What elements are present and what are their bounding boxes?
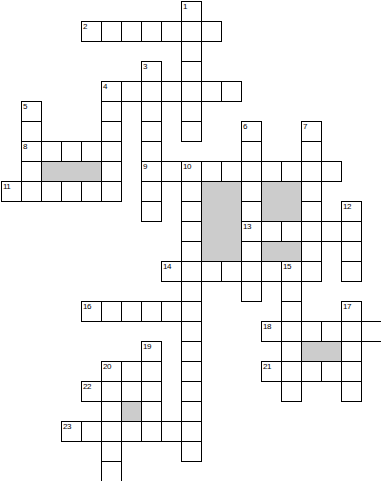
cell-16-16[interactable] <box>321 321 342 342</box>
cell-5-21[interactable] <box>101 421 122 442</box>
shaded-block-3 <box>261 181 302 222</box>
cell-6-18[interactable] <box>121 361 142 382</box>
cell-9-17[interactable] <box>181 341 202 362</box>
shaded-block-5 <box>301 341 342 362</box>
cell-9-10[interactable] <box>181 201 202 222</box>
cell-15-10[interactable] <box>301 201 322 222</box>
cell-4-1[interactable] <box>81 21 102 42</box>
shaded-block-6 <box>121 401 142 422</box>
cell-7-15[interactable] <box>141 301 162 322</box>
cell-10-8[interactable] <box>201 161 222 182</box>
cell-9-4[interactable] <box>181 81 202 102</box>
cell-8-1[interactable] <box>161 21 182 42</box>
cell-17-10[interactable] <box>341 201 362 222</box>
cell-2-7[interactable] <box>41 141 62 162</box>
cell-3-21[interactable] <box>61 421 82 442</box>
cell-9-13[interactable] <box>181 261 202 282</box>
cell-8-8[interactable] <box>161 161 182 182</box>
cell-4-15[interactable] <box>81 301 102 322</box>
crossword-board: 1234567891011121314151617181920212223 <box>1 1 381 481</box>
cell-9-22[interactable] <box>181 441 202 462</box>
cell-9-8[interactable] <box>181 161 202 182</box>
cell-9-16[interactable] <box>181 321 202 342</box>
cell-12-12[interactable] <box>241 241 262 262</box>
cell-17-11[interactable] <box>341 221 362 242</box>
cell-15-16[interactable] <box>301 321 322 342</box>
cell-14-8[interactable] <box>281 161 302 182</box>
cell-15-8[interactable] <box>301 161 322 182</box>
cell-9-2[interactable] <box>181 41 202 62</box>
cell-5-8[interactable] <box>101 161 122 182</box>
cell-13-8[interactable] <box>261 161 282 182</box>
cell-14-17[interactable] <box>281 341 302 362</box>
cell-8-15[interactable] <box>161 301 182 322</box>
cell-9-15[interactable] <box>181 301 202 322</box>
cell-11-8[interactable] <box>221 161 242 182</box>
cell-5-20[interactable] <box>101 401 122 422</box>
cell-1-7[interactable] <box>21 141 42 162</box>
cell-4-19[interactable] <box>81 381 102 402</box>
cell-7-7[interactable] <box>141 141 162 162</box>
cell-7-1[interactable] <box>141 21 162 42</box>
cell-9-9[interactable] <box>181 181 202 202</box>
cell-14-13[interactable] <box>281 261 302 282</box>
cell-9-6[interactable] <box>181 121 202 142</box>
cell-12-6[interactable] <box>241 121 262 142</box>
cell-12-7[interactable] <box>241 141 262 162</box>
cell-9-14[interactable] <box>181 281 202 302</box>
cell-11-13[interactable] <box>221 261 242 282</box>
cell-7-6[interactable] <box>141 121 162 142</box>
cell-7-5[interactable] <box>141 101 162 122</box>
cell-9-11[interactable] <box>181 221 202 242</box>
cell-9-21[interactable] <box>181 421 202 442</box>
cell-5-23[interactable] <box>101 461 122 481</box>
cell-7-3[interactable] <box>141 61 162 82</box>
cell-5-22[interactable] <box>101 441 122 462</box>
cell-17-17[interactable] <box>341 341 362 362</box>
cell-9-19[interactable] <box>181 381 202 402</box>
cell-15-12[interactable] <box>301 241 322 262</box>
cell-17-12[interactable] <box>341 241 362 262</box>
cell-5-5[interactable] <box>101 101 122 122</box>
cell-13-18[interactable] <box>261 361 282 382</box>
cell-5-9[interactable] <box>101 181 122 202</box>
cell-9-18[interactable] <box>181 361 202 382</box>
cell-5-19[interactable] <box>101 381 122 402</box>
cell-8-21[interactable] <box>161 421 182 442</box>
cell-6-15[interactable] <box>121 301 142 322</box>
cell-14-11[interactable] <box>281 221 302 242</box>
cell-7-20[interactable] <box>141 401 162 422</box>
cell-13-16[interactable] <box>261 321 282 342</box>
cell-8-4[interactable] <box>161 81 182 102</box>
shaded-block-2 <box>201 181 242 262</box>
cell-1-5[interactable] <box>21 101 42 122</box>
cell-10-4[interactable] <box>201 81 222 102</box>
cell-12-13[interactable] <box>241 261 262 282</box>
cell-17-16[interactable] <box>341 321 362 342</box>
cell-13-13[interactable] <box>261 261 282 282</box>
cell-15-13[interactable] <box>301 261 322 282</box>
cell-15-9[interactable] <box>301 181 322 202</box>
shaded-block-4 <box>261 241 302 262</box>
cell-12-8[interactable] <box>241 161 262 182</box>
cell-17-13[interactable] <box>341 261 362 282</box>
cell-5-6[interactable] <box>101 121 122 142</box>
cell-4-21[interactable] <box>81 421 102 442</box>
cell-7-18[interactable] <box>141 361 162 382</box>
cell-7-4[interactable] <box>141 81 162 102</box>
cell-9-1[interactable] <box>181 21 202 42</box>
cell-12-9[interactable] <box>241 181 262 202</box>
cell-13-11[interactable] <box>261 221 282 242</box>
cell-2-9[interactable] <box>41 181 62 202</box>
cell-15-7[interactable] <box>301 141 322 162</box>
cell-6-21[interactable] <box>121 421 142 442</box>
cell-10-1[interactable] <box>201 21 222 42</box>
cell-7-9[interactable] <box>141 181 162 202</box>
cell-8-13[interactable] <box>161 261 182 282</box>
cell-5-4[interactable] <box>101 81 122 102</box>
cell-9-3[interactable] <box>181 61 202 82</box>
cell-17-15[interactable] <box>341 301 362 322</box>
cell-1-9[interactable] <box>21 181 42 202</box>
shaded-block-1 <box>41 161 102 182</box>
cell-16-11[interactable] <box>321 221 342 242</box>
cell-1-8[interactable] <box>21 161 42 182</box>
cell-16-18[interactable] <box>321 361 342 382</box>
cell-5-1[interactable] <box>101 21 122 42</box>
cell-7-17[interactable] <box>141 341 162 362</box>
cell-3-7[interactable] <box>61 141 82 162</box>
cell-17-18[interactable] <box>341 361 362 382</box>
cell-7-10[interactable] <box>141 201 162 222</box>
cell-0-9[interactable] <box>1 181 22 202</box>
cell-6-1[interactable] <box>121 21 142 42</box>
cell-18-16[interactable] <box>361 321 381 342</box>
cell-7-8[interactable] <box>141 161 162 182</box>
cell-15-18[interactable] <box>301 361 322 382</box>
cell-15-11[interactable] <box>301 221 322 242</box>
cell-15-6[interactable] <box>301 121 322 142</box>
cell-14-18[interactable] <box>281 361 302 382</box>
cell-6-19[interactable] <box>121 381 142 402</box>
cell-12-14[interactable] <box>241 281 262 302</box>
cell-9-20[interactable] <box>181 401 202 422</box>
cell-1-6[interactable] <box>21 121 42 142</box>
cell-5-18[interactable] <box>101 361 122 382</box>
cell-9-5[interactable] <box>181 101 202 122</box>
cell-9-12[interactable] <box>181 241 202 262</box>
cell-14-15[interactable] <box>281 301 302 322</box>
cell-4-9[interactable] <box>81 181 102 202</box>
cell-14-16[interactable] <box>281 321 302 342</box>
cell-14-14[interactable] <box>281 281 302 302</box>
cell-7-19[interactable] <box>141 381 162 402</box>
cell-14-19[interactable] <box>281 381 302 402</box>
cell-16-8[interactable] <box>321 161 342 182</box>
cell-5-15[interactable] <box>101 301 122 322</box>
cell-7-21[interactable] <box>141 421 162 442</box>
cell-5-7[interactable] <box>101 141 122 162</box>
cell-9-0[interactable] <box>181 1 202 22</box>
cell-3-9[interactable] <box>61 181 82 202</box>
cell-11-4[interactable] <box>221 81 242 102</box>
cell-12-10[interactable] <box>241 201 262 222</box>
cell-12-11[interactable] <box>241 221 262 242</box>
cell-6-4[interactable] <box>121 81 142 102</box>
cell-10-13[interactable] <box>201 261 222 282</box>
cell-4-7[interactable] <box>81 141 102 162</box>
cell-17-19[interactable] <box>341 381 362 402</box>
